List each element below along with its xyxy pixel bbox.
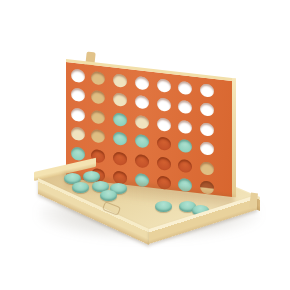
empty-hole-r1c5: [157, 78, 171, 93]
teal-disc-r4c3: [113, 131, 127, 146]
empty-hole-r2c6: [178, 100, 192, 115]
empty-hole-r2c4: [135, 95, 149, 110]
empty-hole-r1c3: [113, 73, 127, 88]
empty-hole-r5c7: [200, 161, 214, 176]
teal-disc-r4c6: [178, 139, 192, 154]
empty-hole-r1c2: [91, 70, 105, 85]
empty-hole-r3c4: [135, 114, 149, 129]
empty-hole-r2c3: [113, 92, 127, 107]
empty-hole-r4c1: [71, 127, 85, 142]
empty-hole-r3c1: [71, 107, 85, 122]
product-photo-scene: [0, 0, 290, 290]
empty-hole-r1c4: [135, 75, 149, 90]
empty-hole-r3c7: [200, 122, 214, 137]
board-right-edge: [232, 78, 236, 197]
orange-disc-r5c5: [157, 156, 171, 171]
tray-teal-disc-3: [72, 182, 89, 193]
empty-hole-r3c2: [91, 109, 105, 124]
teal-disc-r4c4: [135, 134, 149, 149]
tray-teal-disc-2: [83, 171, 100, 182]
orange-disc-r5c4: [135, 153, 149, 168]
orange-disc-r4c5: [157, 136, 171, 151]
empty-hole-r3c6: [178, 119, 192, 134]
empty-hole-r1c1: [71, 68, 85, 83]
tray-teal-disc-7: [155, 201, 172, 212]
empty-hole-r3c5: [157, 117, 171, 132]
tray-teal-disc-6: [100, 190, 117, 201]
empty-hole-r2c7: [200, 102, 214, 117]
empty-hole-r2c1: [71, 88, 85, 103]
empty-hole-r2c5: [157, 97, 171, 112]
empty-hole-r4c2: [91, 129, 105, 144]
teal-disc-r3c3: [113, 112, 127, 127]
orange-disc-r5c3: [113, 151, 127, 166]
empty-hole-r2c2: [91, 90, 105, 105]
empty-hole-r1c7: [200, 83, 214, 98]
empty-hole-r1c6: [178, 80, 192, 95]
empty-hole-r4c7: [200, 141, 214, 156]
orange-disc-r5c6: [178, 158, 192, 173]
teal-disc-r5c1: [71, 146, 85, 161]
